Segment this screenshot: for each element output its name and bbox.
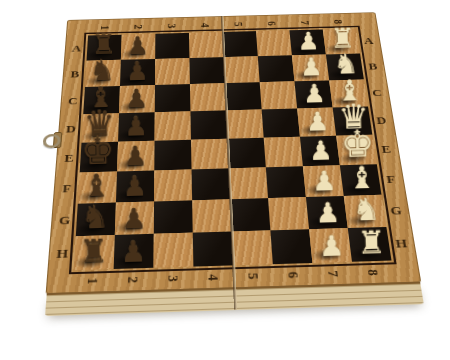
- square-H7[interactable]: ♟: [309, 228, 352, 263]
- dark-pawn[interactable]: ♟: [114, 204, 154, 233]
- square-F6[interactable]: [266, 166, 306, 198]
- dark-king[interactable]: ♚: [79, 133, 117, 171]
- square-C4[interactable]: [190, 83, 226, 111]
- light-pawn[interactable]: ♟: [308, 199, 347, 228]
- dark-pawn[interactable]: ♟: [118, 85, 154, 111]
- square-A5[interactable]: [222, 31, 257, 57]
- square-F2[interactable]: ♟: [116, 170, 154, 202]
- square-H2[interactable]: ♟: [114, 234, 154, 269]
- square-H1[interactable]: ♜: [74, 235, 115, 270]
- dark-bishop[interactable]: ♝: [77, 170, 116, 202]
- square-H3[interactable]: [154, 233, 194, 268]
- rank-label-top-5: 5: [222, 16, 256, 32]
- square-G1[interactable]: ♞: [76, 203, 116, 237]
- square-H5[interactable]: [232, 230, 273, 265]
- square-H4[interactable]: [193, 232, 233, 267]
- light-pawn[interactable]: ♟: [299, 108, 336, 135]
- square-F4[interactable]: [192, 168, 231, 200]
- file-label-left-F: F: [54, 173, 80, 205]
- square-D7[interactable]: ♟: [297, 108, 336, 137]
- chess-board: ♜♟♟♜♞♟♟♞♝♟♟♝♛♟♟♛♚♟♟♚♝♟♟♝♞♟♟♞♜♟♟♜ 1122334…: [47, 13, 420, 293]
- light-pawn[interactable]: ♟: [296, 81, 332, 107]
- square-C5[interactable]: [225, 82, 262, 110]
- rank-label-top-6: 6: [255, 15, 290, 31]
- square-D3[interactable]: [155, 111, 191, 140]
- light-knight[interactable]: ♞: [347, 194, 386, 226]
- square-D6[interactable]: [262, 108, 300, 137]
- photo-background: ♜♟♟♜♞♟♟♞♝♟♟♝♛♟♟♛♚♟♟♚♝♟♟♝♞♟♟♞♜♟♟♜ 1122334…: [0, 0, 450, 360]
- rank-label-bottom-6: 6: [273, 263, 315, 286]
- square-E6[interactable]: [264, 137, 303, 168]
- square-G2[interactable]: ♟: [115, 201, 154, 235]
- square-H8[interactable]: ♜: [348, 227, 392, 262]
- square-B7[interactable]: ♟: [292, 54, 329, 81]
- square-G7[interactable]: ♟: [306, 196, 348, 229]
- file-label-right-B: B: [360, 53, 386, 80]
- rank-label-bottom-1: 1: [72, 269, 113, 292]
- light-pawn[interactable]: ♟: [311, 231, 351, 260]
- dark-pawn[interactable]: ♟: [119, 59, 155, 85]
- square-B4[interactable]: [189, 57, 224, 84]
- dark-pawn[interactable]: ♟: [117, 113, 154, 140]
- dark-pawn[interactable]: ♟: [115, 172, 154, 200]
- square-B6[interactable]: [258, 55, 295, 82]
- square-C2[interactable]: ♟: [119, 85, 155, 113]
- square-C7[interactable]: ♟: [294, 80, 332, 108]
- square-G4[interactable]: [192, 199, 231, 232]
- square-E3[interactable]: [154, 140, 191, 171]
- square-C3[interactable]: [155, 84, 191, 112]
- square-B2[interactable]: ♟: [120, 59, 155, 86]
- square-A3[interactable]: [155, 33, 189, 59]
- square-G6[interactable]: [268, 197, 309, 230]
- light-rook[interactable]: ♜: [351, 227, 391, 260]
- rank-label-bottom-2: 2: [113, 268, 154, 291]
- dark-pawn[interactable]: ♟: [116, 142, 154, 170]
- square-B5[interactable]: [224, 56, 260, 83]
- light-king[interactable]: ♚: [339, 125, 377, 163]
- square-E7[interactable]: ♟: [300, 136, 340, 166]
- square-A4[interactable]: [189, 32, 224, 58]
- rank-label-bottom-4: 4: [193, 265, 234, 288]
- square-D4[interactable]: [190, 110, 227, 139]
- square-B3[interactable]: [155, 58, 190, 85]
- square-F7[interactable]: ♟: [303, 165, 344, 197]
- square-H6[interactable]: [270, 229, 312, 264]
- rank-label-top-4: 4: [189, 17, 223, 33]
- rank-label-top-3: 3: [155, 18, 189, 34]
- rank-label-bottom-8: 8: [352, 260, 395, 283]
- light-pawn[interactable]: ♟: [291, 29, 326, 54]
- dark-knight[interactable]: ♞: [75, 202, 115, 234]
- dark-rook[interactable]: ♜: [73, 235, 114, 268]
- square-F5[interactable]: [229, 167, 268, 199]
- dark-pawn[interactable]: ♟: [120, 33, 155, 58]
- square-G5[interactable]: [230, 198, 270, 231]
- square-E4[interactable]: [191, 139, 229, 170]
- light-pawn[interactable]: ♟: [294, 54, 329, 80]
- square-C6[interactable]: [260, 81, 297, 109]
- rank-label-bottom-7: 7: [312, 262, 354, 285]
- square-F3[interactable]: [154, 169, 192, 201]
- square-E5[interactable]: [227, 138, 265, 169]
- rank-label-bottom-5: 5: [233, 264, 274, 287]
- light-pawn[interactable]: ♟: [302, 137, 340, 164]
- square-D5[interactable]: [226, 109, 264, 138]
- square-A2[interactable]: ♟: [121, 34, 155, 60]
- square-D2[interactable]: ♟: [118, 112, 155, 141]
- square-A6[interactable]: [256, 30, 292, 56]
- rank-label-bottom-3: 3: [153, 266, 193, 289]
- light-bishop[interactable]: ♝: [343, 163, 382, 194]
- board-scene: ♜♟♟♜♞♟♟♞♝♟♟♝♛♟♟♛♚♟♟♚♝♟♟♝♞♟♟♞♜♟♟♜ 1122334…: [63, 0, 387, 334]
- file-label-left-H: H: [49, 236, 76, 271]
- square-E2[interactable]: ♟: [117, 141, 155, 172]
- dark-pawn[interactable]: ♟: [113, 237, 154, 267]
- file-label-left-G: G: [51, 204, 78, 237]
- light-pawn[interactable]: ♟: [305, 167, 343, 195]
- clasp-icon: [42, 130, 62, 150]
- square-G3[interactable]: [154, 200, 193, 233]
